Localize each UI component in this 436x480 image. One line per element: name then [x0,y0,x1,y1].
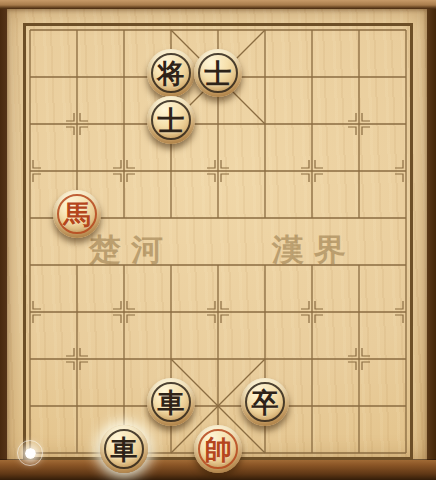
piece-character: 車 [158,389,185,416]
xiangqi-app: 楚河 漢界 将士士馬車卒車帥 [0,0,436,480]
move-origin-marker [17,440,43,466]
piece-character: 帥 [205,436,232,463]
piece-black-chariot-2[interactable]: 車 [100,425,148,473]
piece-black-pawn[interactable]: 卒 [241,378,289,426]
piece-character: 卒 [252,389,279,416]
piece-black-general[interactable]: 将 [147,49,195,97]
piece-red-horse[interactable]: 馬 [53,190,101,238]
piece-black-advisor-2[interactable]: 士 [147,96,195,144]
piece-character: 車 [111,436,138,463]
piece-character: 将 [158,60,185,87]
orb-glow-dot [25,448,36,459]
piece-character: 士 [158,107,185,134]
piece-character: 士 [205,60,232,87]
piece-red-general[interactable]: 帥 [194,425,242,473]
piece-black-chariot-1[interactable]: 車 [147,378,195,426]
river-label-chu-he: 楚河 [89,229,173,271]
piece-character: 馬 [64,201,91,228]
piece-black-advisor-1[interactable]: 士 [194,49,242,97]
river-label-han-jie: 漢界 [272,229,356,271]
